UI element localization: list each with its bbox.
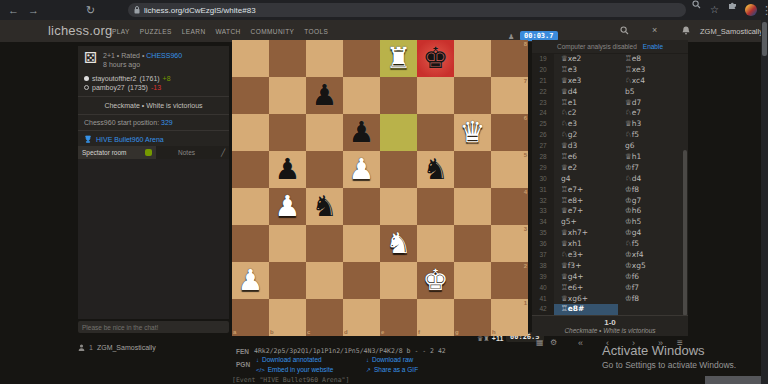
move-number: 22 (532, 87, 554, 98)
move-row: 35♕xh7+♔g4 (532, 228, 688, 239)
square-f2[interactable]: ♚ (417, 262, 454, 299)
move-number: 28 (532, 152, 554, 163)
bookmark-star-icon[interactable]: ☆ (710, 0, 719, 20)
move-number: 25 (532, 119, 554, 130)
analysis-disabled-label: Computer analysis disabled (557, 43, 637, 50)
bell-icon[interactable] (682, 26, 690, 35)
coord-rank-3: 3 (524, 226, 527, 232)
square-b6[interactable] (269, 114, 306, 151)
game-setup: 2+1 • Rated • CHESS960 (103, 51, 182, 60)
chess-board: ♜♚8♟7♟♛6♟♟♞5♟♞4♞3♟♚2abcdefg1h (232, 40, 528, 336)
move-row: 31♖e7+♔f8 (532, 185, 688, 196)
move-black-24[interactable]: ♘e7 (618, 108, 688, 119)
move-black-27[interactable]: g6 (618, 141, 688, 152)
game-status: Checkmate • White is victorious (84, 101, 223, 110)
gear-icon[interactable]: ⚙ (550, 336, 557, 350)
move-white-35[interactable]: ♕xh7+ (554, 228, 618, 239)
move-number: 19 (532, 54, 554, 65)
trophy-icon (84, 135, 92, 143)
square-a7[interactable] (232, 77, 269, 114)
white-queen: ♛ (454, 114, 491, 151)
move-black-23[interactable]: ♕d7 (618, 98, 688, 109)
square-b4[interactable]: ♟ (269, 188, 306, 225)
captured-pieces-by-white: ♛♜ +11 (477, 335, 503, 343)
tournament-link[interactable]: HIVE Bullet960 Arena (84, 135, 223, 143)
move-black-30[interactable]: ♘d4 (618, 174, 688, 185)
corner-overlay (705, 376, 768, 384)
square-e4[interactable] (380, 188, 417, 225)
site-header: lichess.org PLAYPUZZLESLEARNWATCHCOMMUNI… (0, 20, 768, 42)
tab-spectator-room[interactable]: Spectator room (78, 146, 156, 159)
square-g6[interactable]: ♛ (454, 114, 491, 151)
coord-file-d: d (344, 329, 348, 335)
embed-icon: </> (256, 367, 265, 373)
move-black-28[interactable]: ♕h1 (618, 152, 688, 163)
chat-resize-icon[interactable]: ╱ (217, 146, 229, 159)
move-number: 23 (532, 98, 554, 109)
black-pawn: ♟ (269, 151, 306, 188)
move-white-28[interactable]: ♖e6 (554, 152, 618, 163)
white-king: ♚ (417, 262, 454, 299)
nav-watch[interactable]: WATCH (216, 28, 241, 35)
coord-rank-4: 4 (524, 189, 527, 195)
browser-avatar[interactable] (745, 4, 757, 16)
square-c2[interactable] (306, 262, 343, 299)
analysis-board-icon[interactable]: ▦ (536, 336, 544, 350)
game-meta-panel: ⚄ 2+1 • Rated • CHESS960 8 hours ago sta… (78, 46, 229, 147)
lichess-logo[interactable]: lichess.org (48, 23, 112, 38)
square-a8[interactable] (232, 40, 269, 77)
square-c5[interactable] (306, 151, 343, 188)
square-f6[interactable] (417, 114, 454, 151)
tournament-name: HIVE Bullet960 Arena (96, 136, 164, 143)
spectator-list: 1 ZGM_Samostically (78, 344, 156, 351)
move-row: 24♘c2♘e7 (532, 108, 688, 119)
square-f8[interactable]: ♚ (417, 40, 454, 77)
square-g2[interactable] (454, 262, 491, 299)
move-number: 42 (532, 304, 554, 315)
chat-tabs: Spectator room Notes ╱ (78, 146, 229, 159)
move-white-24[interactable]: ♘c2 (554, 108, 618, 119)
square-d5[interactable]: ♟ (343, 151, 380, 188)
main-menu: PLAYPUZZLESLEARNWATCHCOMMUNITYTOOLS (112, 28, 328, 35)
move-number: 40 (532, 283, 554, 294)
square-g1[interactable]: g (454, 299, 491, 336)
square-a4[interactable] (232, 188, 269, 225)
username[interactable]: ZGM_Samostically (700, 27, 763, 36)
square-d3[interactable] (343, 225, 380, 262)
move-number: 20 (532, 65, 554, 76)
square-h4[interactable]: 4 (491, 188, 528, 225)
black-king: ♚ (417, 40, 454, 77)
square-a5[interactable] (232, 151, 269, 188)
move-number: 33 (532, 206, 554, 217)
move-black-36[interactable]: ♘f5 (618, 239, 688, 250)
move-number: 21 (532, 76, 554, 87)
move-white-38[interactable]: ♕f3+ (554, 261, 618, 272)
square-g7[interactable] (454, 77, 491, 114)
move-white-34[interactable]: g5+ (554, 217, 618, 228)
move-white-19[interactable]: ♕xe2 (554, 54, 618, 65)
square-c3[interactable] (306, 225, 343, 262)
move-row: 26♘g2♘f5 (532, 130, 688, 141)
move-white-32[interactable]: ♖e8+ (554, 196, 618, 207)
move-row: 20♖e3♖xe3 (532, 65, 688, 76)
download-raw-link[interactable]: ↓Download raw (366, 356, 413, 363)
move-white-30[interactable]: g4 (554, 174, 618, 185)
move-row: 34g5+♔h5 (532, 217, 688, 228)
material-advantage: +11 (492, 335, 504, 342)
move-number: 36 (532, 239, 554, 250)
square-h8[interactable]: 8 (491, 40, 528, 77)
square-f5[interactable]: ♞ (417, 151, 454, 188)
tab-notes-label: Notes (178, 149, 195, 156)
move-white-20[interactable]: ♖e3 (554, 65, 618, 76)
chat-toggle[interactable] (145, 149, 152, 156)
move-number: 34 (532, 217, 554, 228)
square-g4[interactable] (454, 188, 491, 225)
move-white-21[interactable]: ♕xe3 (554, 76, 618, 87)
lock-icon (134, 6, 140, 14)
black-pawn: ♟ (343, 114, 380, 151)
activate-windows-subtext: Go to Settings to activate Windows. (602, 360, 736, 370)
white-pawn: ♟ (269, 188, 306, 225)
move-row: 42♖e8# (532, 304, 688, 315)
move-number: 27 (532, 141, 554, 152)
square-c8[interactable] (306, 40, 343, 77)
coord-rank-5: 5 (524, 152, 527, 158)
square-e7[interactable] (380, 77, 417, 114)
move-white-36[interactable]: ♕xh1 (554, 239, 618, 250)
move-row: 38♕f3+♔xg5 (532, 261, 688, 272)
person-icon (78, 344, 85, 351)
fen-label: FEN (236, 348, 249, 355)
move-list: 19♕xe2♖e820♖e3♖xe321♕xe3♘xc422♕d4b523♖e1… (532, 54, 688, 315)
move-number: 29 (532, 163, 554, 174)
move-number: 38 (532, 261, 554, 272)
white-player-name: stayoutofther2 (92, 74, 136, 83)
square-h6[interactable]: 6 (491, 114, 528, 151)
move-row: 28♖e6♕h1 (532, 152, 688, 163)
move-list-panel: Computer analysis disabled Enable 19♕xe2… (532, 40, 688, 336)
result-score: 1-0 (532, 318, 688, 327)
move-white-40[interactable]: ♖e6+ (554, 283, 618, 294)
square-g8[interactable] (454, 40, 491, 77)
square-d7[interactable] (343, 77, 380, 114)
move-white-22[interactable]: ♕d4 (554, 87, 618, 98)
square-f4[interactable] (417, 188, 454, 225)
white-knight: ♞ (380, 225, 417, 262)
search-icon[interactable] (620, 26, 629, 35)
move-black-19[interactable]: ♖e8 (618, 54, 688, 65)
chess960-die-icon: ⚄ (84, 51, 97, 66)
captured-glyphs: ♛♜ (477, 335, 490, 343)
fen-value[interactable]: 4Rk2/2p5/3p2Q1/1p1P1n2/1Pn5/4N3/P4K2/8 b… (254, 347, 446, 355)
move-row: 27♕d3g6 (532, 141, 688, 152)
forward-icon[interactable]: → (28, 0, 39, 20)
move-black-33[interactable]: ♔h6 (618, 206, 688, 217)
scrollbar-thumb[interactable] (762, 22, 767, 56)
square-b5[interactable]: ♟ (269, 151, 306, 188)
nav-tools[interactable]: TOOLS (304, 28, 328, 35)
square-e1[interactable]: e (380, 299, 417, 336)
pgn-event-line: [Event "HIVE Bullet960 Arena"] (232, 376, 349, 384)
move-row: 21♕xe3♘xc4 (532, 76, 688, 87)
white-rook: ♜ (380, 40, 417, 77)
move-black-40[interactable]: ♔f7 (618, 283, 688, 294)
address-bar[interactable]: lichess.org/dCwEzglS/white#83 (128, 3, 686, 17)
coord-rank-8: 8 (524, 41, 527, 47)
startpos-link[interactable]: 329 (161, 119, 173, 126)
coord-rank-7: 7 (524, 78, 527, 84)
move-row: 22♕d4b5 (532, 87, 688, 98)
move-number: 24 (532, 108, 554, 119)
square-c7[interactable]: ♟ (306, 77, 343, 114)
square-h5[interactable]: 5 (491, 151, 528, 188)
move-black-25[interactable]: ♕h3 (618, 119, 688, 130)
move-white-39[interactable]: ♕g4+ (554, 272, 618, 283)
coord-file-e: e (381, 329, 384, 335)
move-white-27[interactable]: ♕d3 (554, 141, 618, 152)
square-a2[interactable]: ♟ (232, 262, 269, 299)
result-block: 1-0 Checkmate • White is victorious (532, 315, 688, 336)
square-b8[interactable] (269, 40, 306, 77)
coord-file-b: b (270, 329, 274, 335)
move-row: 30g4♘d4 (532, 174, 688, 185)
move-white-25[interactable]: ♘e3 (554, 119, 618, 130)
move-black-35[interactable]: ♔g4 (618, 228, 688, 239)
square-g3[interactable] (454, 225, 491, 262)
square-b3[interactable] (269, 225, 306, 262)
nav-puzzles[interactable]: PUZZLES (140, 28, 172, 35)
square-e6[interactable] (380, 114, 417, 151)
square-a1[interactable]: a (232, 299, 269, 336)
move-white-33[interactable]: ♕e7+ (554, 206, 618, 217)
square-c1[interactable]: c (306, 299, 343, 336)
move-black-20[interactable]: ♖xe3 (618, 65, 688, 76)
square-c4[interactable]: ♞ (306, 188, 343, 225)
enable-analysis-button[interactable]: Enable (643, 43, 663, 50)
move-black-38[interactable]: ♔xg5 (618, 261, 688, 272)
square-d8[interactable] (343, 40, 380, 77)
back-icon[interactable]: ← (8, 0, 19, 20)
coord-file-c: c (307, 329, 310, 335)
black-rating-delta: -13 (151, 83, 161, 92)
move-row: 37♘e3+♔xf4 (532, 250, 688, 261)
move-number: 41 (532, 294, 554, 305)
move-black-37[interactable]: ♔xf4 (618, 250, 688, 261)
move-list-scrollbar[interactable] (683, 150, 687, 316)
move-row: 29♕e2♔f7 (532, 163, 688, 174)
move-white-42[interactable]: ♖e8# (554, 304, 618, 315)
square-e8[interactable]: ♜ (380, 40, 417, 77)
move-row: 19♕xe2♖e8 (532, 54, 688, 65)
move-number: 39 (532, 272, 554, 283)
coord-file-f: f (418, 329, 420, 335)
chat-messages (78, 159, 229, 319)
square-e2[interactable] (380, 262, 417, 299)
embed-link[interactable]: </>Embed in your website (256, 366, 333, 373)
first-move-icon[interactable]: « (578, 336, 583, 350)
activate-windows-watermark: Activate Windows (602, 343, 705, 358)
coord-rank-2: 2 (524, 263, 527, 269)
square-d1[interactable]: d (343, 299, 380, 336)
black-knight: ♞ (306, 188, 343, 225)
coord-file-a: a (233, 329, 236, 335)
square-d4[interactable] (343, 188, 380, 225)
move-row: 32♖e8+♔g7 (532, 196, 688, 207)
square-a6[interactable] (232, 114, 269, 151)
tab-room-label: Spectator room (82, 149, 126, 156)
move-number: 31 (532, 185, 554, 196)
move-white-23[interactable]: ♖e1 (554, 98, 618, 109)
move-number: 26 (532, 130, 554, 141)
startpos-row: Chess960 start position: 329 (84, 119, 223, 126)
move-row: 41♕xg6+♔f8 (532, 294, 688, 305)
square-a3[interactable] (232, 225, 269, 262)
square-c6[interactable] (306, 114, 343, 151)
move-row: 33♕e7+♔h6 (532, 206, 688, 217)
reload-icon[interactable]: ↻ (86, 0, 95, 20)
nav-learn[interactable]: LEARN (182, 28, 206, 35)
coord-file-h: h (492, 329, 496, 335)
move-row: 36♕xh1♘f5 (532, 239, 688, 250)
move-row: 40♖e6+♔f7 (532, 283, 688, 294)
search-page-icon[interactable] (692, 0, 701, 9)
square-b2[interactable] (269, 262, 306, 299)
variant-link[interactable]: CHESS960 (146, 52, 182, 59)
square-d6[interactable]: ♟ (343, 114, 380, 151)
square-b1[interactable]: b (269, 299, 306, 336)
white-color-icon (84, 76, 89, 81)
move-number: 35 (532, 228, 554, 239)
result-caption: Checkmate • White is victorious (532, 327, 688, 334)
move-black-41[interactable]: ♔f8 (618, 294, 688, 305)
analysis-header: Computer analysis disabled Enable (532, 40, 688, 54)
browser-toolbar: ← → ↻ lichess.org/dCwEzglS/white#83 ☆ ⋮ (0, 0, 768, 20)
move-white-31[interactable]: ♖e7+ (554, 185, 618, 196)
move-black-21[interactable]: ♘xc4 (618, 76, 688, 87)
black-color-icon (84, 85, 89, 90)
square-d2[interactable] (343, 262, 380, 299)
download-icon: ↓ (366, 357, 369, 363)
move-row: 23♖e1♕d7 (532, 98, 688, 109)
move-number: 30 (532, 174, 554, 185)
square-e5[interactable] (380, 151, 417, 188)
page-scrollbar[interactable] (761, 20, 768, 384)
move-white-41[interactable]: ♕xg6+ (554, 294, 618, 305)
move-white-37[interactable]: ♘e3+ (554, 250, 618, 261)
move-black-29[interactable]: ♔f7 (618, 163, 688, 174)
move-black-31[interactable]: ♔f8 (618, 185, 688, 196)
black-pawn: ♟ (306, 77, 343, 114)
extensions-puzzle-icon[interactable] (728, 0, 738, 10)
share-gif-link[interactable]: ↗Share as a GIF (366, 366, 418, 373)
game-time-ago: 8 hours ago (103, 60, 182, 69)
white-pawn: ♟ (232, 262, 269, 299)
screen: ← → ↻ lichess.org/dCwEzglS/white#83 ☆ ⋮ … (0, 0, 768, 384)
coord-rank-1: 1 (524, 300, 527, 306)
black-player-name: pamboy27 (92, 83, 125, 92)
move-number: 32 (532, 196, 554, 207)
download-annotated-link[interactable]: ↓Download annotated (256, 356, 322, 363)
pgn-label: PGN (236, 361, 250, 368)
move-white-26[interactable]: ♘g2 (554, 130, 618, 141)
move-black-34[interactable]: ♔h5 (618, 217, 688, 228)
chat-input[interactable] (78, 321, 229, 333)
browser-menu-icon[interactable]: ⋮ (761, 0, 768, 20)
black-knight: ♞ (417, 151, 454, 188)
square-h7[interactable]: 7 (491, 77, 528, 114)
square-f7[interactable] (417, 77, 454, 114)
move-black-32[interactable]: ♔g7 (618, 196, 688, 207)
spectator-count: 1 (89, 344, 93, 351)
tab-notes[interactable]: Notes (156, 146, 217, 159)
move-row: 39♕g4+♔f6 (532, 272, 688, 283)
black-player-row[interactable]: pamboy27 (1735) -13 (84, 83, 223, 92)
square-h1[interactable]: 1h (491, 299, 528, 336)
square-f1[interactable]: f (417, 299, 454, 336)
move-black-26[interactable]: ♘f5 (618, 130, 688, 141)
square-f3[interactable] (417, 225, 454, 262)
fen-row: FEN 4Rk2/2p5/3p2Q1/1p1P1n2/1Pn5/4N3/P4K2… (236, 347, 446, 355)
move-number: 37 (532, 250, 554, 261)
url-text: lichess.org/dCwEzglS/white#83 (144, 6, 256, 15)
square-e3[interactable]: ♞ (380, 225, 417, 262)
white-rating-delta: +8 (163, 74, 171, 83)
coord-rank-6: 6 (524, 115, 527, 121)
share-icon: ↗ (366, 366, 371, 373)
nav-play[interactable]: PLAY (112, 28, 130, 35)
move-black-22[interactable]: b5 (618, 87, 688, 98)
download-icon: ↓ (256, 357, 259, 363)
close-icon[interactable]: × (652, 25, 657, 35)
nav-community[interactable]: COMMUNITY (251, 28, 295, 35)
move-black-42[interactable] (618, 304, 688, 315)
black-player-rating: (1735) (128, 83, 148, 92)
spectator-name[interactable]: ZGM_Samostically (97, 344, 156, 351)
move-white-29[interactable]: ♕e2 (554, 163, 618, 174)
coord-file-g: g (455, 329, 459, 335)
move-row: 25♘e3♕h3 (532, 119, 688, 130)
white-player-rating: (1761) (139, 74, 159, 83)
white-pawn: ♟ (343, 151, 380, 188)
square-b7[interactable] (269, 77, 306, 114)
square-h3[interactable]: 3 (491, 225, 528, 262)
square-g5[interactable] (454, 151, 491, 188)
white-player-row[interactable]: stayoutofther2 (1761) +8 (84, 74, 223, 83)
move-black-39[interactable]: ♔f6 (618, 272, 688, 283)
square-h2[interactable]: 2 (491, 262, 528, 299)
